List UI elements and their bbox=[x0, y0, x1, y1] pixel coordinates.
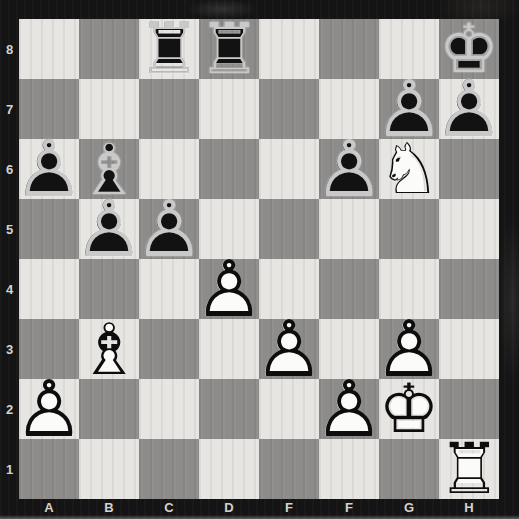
black-pawn-outline-icon: ♙ bbox=[379, 79, 439, 139]
square-h7[interactable]: ♟♙ bbox=[439, 79, 499, 139]
square-d8[interactable]: ♜♖ bbox=[199, 19, 259, 79]
square-g8[interactable] bbox=[379, 19, 439, 79]
rank-label-1: 1 bbox=[0, 439, 19, 499]
square-e8[interactable] bbox=[259, 19, 319, 79]
black-bishop-outline-icon: ♗ bbox=[79, 139, 139, 199]
square-b1[interactable] bbox=[79, 439, 139, 499]
square-g6[interactable]: ♞♘ bbox=[379, 139, 439, 199]
square-g4[interactable] bbox=[379, 259, 439, 319]
square-b6[interactable]: ♝♗ bbox=[79, 139, 139, 199]
square-g2[interactable]: ♚♔ bbox=[379, 379, 439, 439]
white-pawn[interactable]: ♟♙ bbox=[259, 319, 319, 379]
white-bishop[interactable]: ♝♗ bbox=[79, 319, 139, 379]
square-h4[interactable] bbox=[439, 259, 499, 319]
black-pawn-icon: ♟ bbox=[379, 79, 439, 139]
square-f5[interactable] bbox=[319, 199, 379, 259]
black-king-outline-icon: ♔ bbox=[439, 19, 499, 79]
square-b3[interactable]: ♝♗ bbox=[79, 319, 139, 379]
white-pawn-icon: ♟ bbox=[19, 379, 79, 439]
square-e1[interactable] bbox=[259, 439, 319, 499]
square-a1[interactable] bbox=[19, 439, 79, 499]
black-pawn-icon: ♟ bbox=[19, 139, 79, 199]
white-bishop-outline-icon: ♗ bbox=[79, 319, 139, 379]
rank-label-4: 4 bbox=[0, 259, 19, 319]
square-a4[interactable] bbox=[19, 259, 79, 319]
white-pawn-icon: ♟ bbox=[259, 319, 319, 379]
white-pawn[interactable]: ♟♙ bbox=[319, 379, 379, 439]
square-h5[interactable] bbox=[439, 199, 499, 259]
black-pawn-icon: ♟ bbox=[79, 199, 139, 259]
file-label-f: F bbox=[319, 498, 379, 519]
black-rook-outline-icon: ♖ bbox=[199, 19, 259, 79]
square-e7[interactable] bbox=[259, 79, 319, 139]
black-pawn[interactable]: ♟♙ bbox=[439, 79, 499, 139]
file-label-g: G bbox=[379, 498, 439, 519]
black-rook-icon: ♜ bbox=[139, 19, 199, 79]
square-d4[interactable]: ♟♙ bbox=[199, 259, 259, 319]
rank-label-5: 5 bbox=[0, 199, 19, 259]
square-a5[interactable] bbox=[19, 199, 79, 259]
square-c4[interactable] bbox=[139, 259, 199, 319]
square-h2[interactable] bbox=[439, 379, 499, 439]
black-pawn-icon: ♟ bbox=[439, 79, 499, 139]
square-d2[interactable] bbox=[199, 379, 259, 439]
square-h6[interactable] bbox=[439, 139, 499, 199]
square-a6[interactable]: ♟♙ bbox=[19, 139, 79, 199]
black-rook[interactable]: ♜♖ bbox=[199, 19, 259, 79]
black-pawn-icon: ♟ bbox=[319, 139, 379, 199]
white-pawn-outline-icon: ♙ bbox=[199, 259, 259, 319]
square-c1[interactable] bbox=[139, 439, 199, 499]
square-b4[interactable] bbox=[79, 259, 139, 319]
black-bishop-icon: ♝ bbox=[79, 139, 139, 199]
square-b8[interactable] bbox=[79, 19, 139, 79]
file-label-b: B bbox=[79, 498, 139, 519]
black-pawn[interactable]: ♟♙ bbox=[79, 199, 139, 259]
square-e3[interactable]: ♟♙ bbox=[259, 319, 319, 379]
rank-labels: 87654321 bbox=[0, 19, 19, 499]
black-pawn[interactable]: ♟♙ bbox=[319, 139, 379, 199]
square-e5[interactable] bbox=[259, 199, 319, 259]
white-rook-icon: ♜ bbox=[439, 439, 499, 499]
square-a3[interactable] bbox=[19, 319, 79, 379]
square-b2[interactable] bbox=[79, 379, 139, 439]
white-pawn-outline-icon: ♙ bbox=[19, 379, 79, 439]
square-c6[interactable] bbox=[139, 139, 199, 199]
rank-label-2: 2 bbox=[0, 379, 19, 439]
black-bishop[interactable]: ♝♗ bbox=[79, 139, 139, 199]
square-f7[interactable] bbox=[319, 79, 379, 139]
black-king-icon: ♚ bbox=[439, 19, 499, 79]
square-h8[interactable]: ♚♔ bbox=[439, 19, 499, 79]
square-h3[interactable] bbox=[439, 319, 499, 379]
square-f8[interactable] bbox=[319, 19, 379, 79]
square-c7[interactable] bbox=[139, 79, 199, 139]
square-a7[interactable] bbox=[19, 79, 79, 139]
white-bishop-icon: ♝ bbox=[79, 319, 139, 379]
file-label-e: F bbox=[259, 498, 319, 519]
white-king-icon: ♚ bbox=[379, 379, 439, 439]
file-label-d: D bbox=[199, 498, 259, 519]
square-f4[interactable] bbox=[319, 259, 379, 319]
rank-label-8: 8 bbox=[0, 19, 19, 79]
file-label-a: A bbox=[19, 498, 79, 519]
white-king-outline-icon: ♔ bbox=[379, 379, 439, 439]
white-pawn-outline-icon: ♙ bbox=[319, 379, 379, 439]
black-pawn-outline-icon: ♙ bbox=[79, 199, 139, 259]
square-a2[interactable]: ♟♙ bbox=[19, 379, 79, 439]
square-f3[interactable] bbox=[319, 319, 379, 379]
black-rook[interactable]: ♜♖ bbox=[139, 19, 199, 79]
white-pawn[interactable]: ♟♙ bbox=[199, 259, 259, 319]
square-c8[interactable]: ♜♖ bbox=[139, 19, 199, 79]
black-king[interactable]: ♚♔ bbox=[439, 19, 499, 79]
black-pawn[interactable]: ♟♙ bbox=[19, 139, 79, 199]
square-b7[interactable] bbox=[79, 79, 139, 139]
white-knight-icon: ♞ bbox=[379, 139, 439, 199]
black-pawn-outline-icon: ♙ bbox=[19, 139, 79, 199]
square-c5[interactable]: ♟♙ bbox=[139, 199, 199, 259]
square-b5[interactable]: ♟♙ bbox=[79, 199, 139, 259]
white-rook[interactable]: ♜♖ bbox=[439, 439, 499, 499]
file-label-h: H bbox=[439, 498, 499, 519]
square-e2[interactable] bbox=[259, 379, 319, 439]
square-h1[interactable]: ♜♖ bbox=[439, 439, 499, 499]
rank-label-3: 3 bbox=[0, 319, 19, 379]
square-e6[interactable] bbox=[259, 139, 319, 199]
black-pawn-outline-icon: ♙ bbox=[139, 199, 199, 259]
square-e4[interactable] bbox=[259, 259, 319, 319]
square-f6[interactable]: ♟♙ bbox=[319, 139, 379, 199]
square-d1[interactable] bbox=[199, 439, 259, 499]
square-g1[interactable] bbox=[379, 439, 439, 499]
square-d3[interactable] bbox=[199, 319, 259, 379]
black-pawn-icon: ♟ bbox=[139, 199, 199, 259]
rank-label-7: 7 bbox=[0, 79, 19, 139]
white-pawn-icon: ♟ bbox=[379, 319, 439, 379]
square-g5[interactable] bbox=[379, 199, 439, 259]
square-f1[interactable] bbox=[319, 439, 379, 499]
square-d7[interactable] bbox=[199, 79, 259, 139]
white-pawn-icon: ♟ bbox=[199, 259, 259, 319]
white-rook-outline-icon: ♖ bbox=[439, 439, 499, 499]
chessboard-frame: 87654321 ABCDFFGH ♜♖♜♖♚♔♟♙♟♙♟♙♝♗♟♙♞♘♟♙♟♙… bbox=[0, 0, 519, 519]
white-king[interactable]: ♚♔ bbox=[379, 379, 439, 439]
square-a8[interactable] bbox=[19, 19, 79, 79]
square-d5[interactable] bbox=[199, 199, 259, 259]
black-rook-outline-icon: ♖ bbox=[139, 19, 199, 79]
black-pawn-outline-icon: ♙ bbox=[439, 79, 499, 139]
white-pawn[interactable]: ♟♙ bbox=[19, 379, 79, 439]
white-knight[interactable]: ♞♘ bbox=[379, 139, 439, 199]
square-g7[interactable]: ♟♙ bbox=[379, 79, 439, 139]
file-label-c: C bbox=[139, 498, 199, 519]
black-pawn[interactable]: ♟♙ bbox=[139, 199, 199, 259]
white-knight-outline-icon: ♘ bbox=[379, 139, 439, 199]
square-d6[interactable] bbox=[199, 139, 259, 199]
white-pawn-outline-icon: ♙ bbox=[259, 319, 319, 379]
square-c2[interactable] bbox=[139, 379, 199, 439]
black-pawn-outline-icon: ♙ bbox=[319, 139, 379, 199]
white-pawn-outline-icon: ♙ bbox=[379, 319, 439, 379]
white-pawn[interactable]: ♟♙ bbox=[379, 319, 439, 379]
black-rook-icon: ♜ bbox=[199, 19, 259, 79]
square-c3[interactable] bbox=[139, 319, 199, 379]
chess-board: ♜♖♜♖♚♔♟♙♟♙♟♙♝♗♟♙♞♘♟♙♟♙♟♙♝♗♟♙♟♙♟♙♟♙♚♔♜♖ bbox=[19, 19, 499, 499]
square-g3[interactable]: ♟♙ bbox=[379, 319, 439, 379]
square-f2[interactable]: ♟♙ bbox=[319, 379, 379, 439]
file-labels: ABCDFFGH bbox=[19, 498, 499, 519]
white-pawn-icon: ♟ bbox=[319, 379, 379, 439]
rank-label-6: 6 bbox=[0, 139, 19, 199]
black-pawn[interactable]: ♟♙ bbox=[379, 79, 439, 139]
